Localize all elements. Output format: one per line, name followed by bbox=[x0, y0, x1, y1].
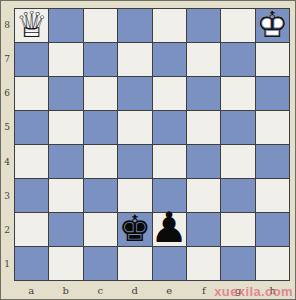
chessboard: 87654321 ♛♕♚♔♚♟ abcdefgh xuexila.com bbox=[0, 0, 296, 300]
file-label-f: f bbox=[187, 282, 222, 299]
board-grid: ♛♕♚♔♚♟ bbox=[14, 8, 290, 281]
square-g1[interactable] bbox=[221, 247, 254, 280]
square-c7[interactable] bbox=[84, 43, 117, 76]
square-b4[interactable] bbox=[49, 145, 82, 178]
square-b3[interactable] bbox=[49, 179, 82, 212]
square-g7[interactable] bbox=[221, 43, 254, 76]
rank-label-8: 8 bbox=[1, 8, 13, 42]
square-d1[interactable] bbox=[118, 247, 151, 280]
file-label-c: c bbox=[83, 282, 118, 299]
square-c6[interactable] bbox=[84, 77, 117, 110]
square-g8[interactable] bbox=[221, 9, 254, 42]
rank-label-2: 2 bbox=[1, 213, 13, 247]
square-h7[interactable] bbox=[256, 43, 289, 76]
rank-label-6: 6 bbox=[1, 76, 13, 110]
square-d8[interactable] bbox=[118, 9, 151, 42]
square-c8[interactable] bbox=[84, 9, 117, 42]
square-h6[interactable] bbox=[256, 77, 289, 110]
white-king[interactable]: ♚♔ bbox=[256, 9, 289, 42]
square-g3[interactable] bbox=[221, 179, 254, 212]
file-label-d: d bbox=[118, 282, 153, 299]
square-c2[interactable] bbox=[84, 213, 117, 246]
square-a7[interactable] bbox=[15, 43, 48, 76]
square-g2[interactable] bbox=[221, 213, 254, 246]
square-b2[interactable] bbox=[49, 213, 82, 246]
black-pawn[interactable]: ♟ bbox=[153, 213, 186, 246]
square-h1[interactable] bbox=[256, 247, 289, 280]
file-labels: abcdefgh bbox=[14, 282, 290, 299]
file-label-g: g bbox=[221, 282, 256, 299]
rank-label-1: 1 bbox=[1, 247, 13, 281]
file-label-a: a bbox=[14, 282, 49, 299]
square-a2[interactable] bbox=[15, 213, 48, 246]
square-e6[interactable] bbox=[153, 77, 186, 110]
square-b6[interactable] bbox=[49, 77, 82, 110]
square-b1[interactable] bbox=[49, 247, 82, 280]
square-a1[interactable] bbox=[15, 247, 48, 280]
square-e2[interactable]: ♟ bbox=[153, 213, 186, 246]
square-h3[interactable] bbox=[256, 179, 289, 212]
square-a5[interactable] bbox=[15, 111, 48, 144]
square-f6[interactable] bbox=[187, 77, 220, 110]
square-e4[interactable] bbox=[153, 145, 186, 178]
square-e7[interactable] bbox=[153, 43, 186, 76]
square-c3[interactable] bbox=[84, 179, 117, 212]
square-h8[interactable]: ♚♔ bbox=[256, 9, 289, 42]
square-a4[interactable] bbox=[15, 145, 48, 178]
white-queen[interactable]: ♛♕ bbox=[15, 9, 48, 42]
square-d7[interactable] bbox=[118, 43, 151, 76]
square-c1[interactable] bbox=[84, 247, 117, 280]
square-f4[interactable] bbox=[187, 145, 220, 178]
square-d6[interactable] bbox=[118, 77, 151, 110]
square-f3[interactable] bbox=[187, 179, 220, 212]
square-e8[interactable] bbox=[153, 9, 186, 42]
square-a3[interactable] bbox=[15, 179, 48, 212]
square-e5[interactable] bbox=[153, 111, 186, 144]
square-c5[interactable] bbox=[84, 111, 117, 144]
square-f7[interactable] bbox=[187, 43, 220, 76]
rank-label-5: 5 bbox=[1, 110, 13, 144]
square-f1[interactable] bbox=[187, 247, 220, 280]
square-h4[interactable] bbox=[256, 145, 289, 178]
square-h2[interactable] bbox=[256, 213, 289, 246]
square-c4[interactable] bbox=[84, 145, 117, 178]
rank-label-4: 4 bbox=[1, 145, 13, 179]
square-b8[interactable] bbox=[49, 9, 82, 42]
black-king[interactable]: ♚ bbox=[118, 213, 151, 246]
rank-labels: 87654321 bbox=[1, 8, 13, 281]
square-d5[interactable] bbox=[118, 111, 151, 144]
square-g6[interactable] bbox=[221, 77, 254, 110]
square-a8[interactable]: ♛♕ bbox=[15, 9, 48, 42]
square-a6[interactable] bbox=[15, 77, 48, 110]
square-d2[interactable]: ♚ bbox=[118, 213, 151, 246]
square-f2[interactable] bbox=[187, 213, 220, 246]
file-label-h: h bbox=[256, 282, 291, 299]
rank-label-7: 7 bbox=[1, 42, 13, 76]
square-d4[interactable] bbox=[118, 145, 151, 178]
file-label-e: e bbox=[152, 282, 187, 299]
square-b7[interactable] bbox=[49, 43, 82, 76]
rank-label-3: 3 bbox=[1, 179, 13, 213]
square-g4[interactable] bbox=[221, 145, 254, 178]
square-f8[interactable] bbox=[187, 9, 220, 42]
square-h5[interactable] bbox=[256, 111, 289, 144]
square-g5[interactable] bbox=[221, 111, 254, 144]
file-label-b: b bbox=[49, 282, 84, 299]
square-f5[interactable] bbox=[187, 111, 220, 144]
square-e1[interactable] bbox=[153, 247, 186, 280]
square-b5[interactable] bbox=[49, 111, 82, 144]
